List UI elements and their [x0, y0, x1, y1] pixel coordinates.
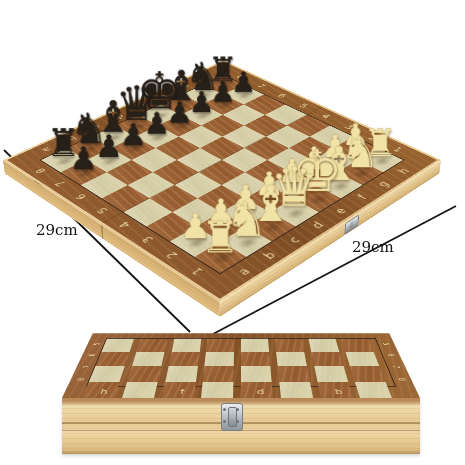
folded-box-squares	[87, 339, 395, 386]
folded-file-label-e: e	[201, 386, 241, 398]
pawn-glyph: ♟	[69, 143, 97, 175]
folded-square-g6	[132, 352, 165, 366]
folded-square-b6	[311, 352, 343, 366]
folded-box-top: hgfedcba 5678 5678	[62, 333, 420, 398]
folded-square-c7	[277, 366, 309, 382]
folded-square-e5	[206, 339, 234, 352]
folded-file-label-b: b	[318, 386, 360, 398]
folded-square-d7	[241, 366, 272, 382]
folded-file-label-g: g	[122, 386, 164, 398]
folded-file-label-d: d	[241, 386, 281, 398]
folded-box-file-labels: hgfedcba	[82, 386, 400, 398]
folded-square-c6	[276, 352, 307, 366]
folded-square-g7	[127, 366, 161, 382]
folded-square-d6	[241, 352, 270, 366]
folded-square-a7	[350, 366, 386, 382]
folded-rank-label-right-5: 5	[373, 340, 398, 347]
folded-rank-label-right-8: 8	[387, 375, 416, 384]
folded-square-b5	[308, 339, 339, 352]
folded-square-f7	[165, 366, 198, 382]
folded-file-label-a: a	[356, 386, 400, 398]
folded-square-c5	[275, 339, 304, 352]
folded-square-a6	[346, 352, 380, 366]
folded-square-e6	[205, 352, 235, 366]
latch-icon	[221, 403, 243, 431]
folded-rank-label-right-6: 6	[377, 351, 403, 358]
folded-square-e7	[203, 366, 234, 382]
folded-file-label-h: h	[82, 386, 126, 398]
folded-square-a5	[342, 339, 374, 352]
folded-square-f6	[168, 352, 199, 366]
dimension-label-left: 29cm	[36, 221, 78, 239]
folded-square-b7	[314, 366, 348, 382]
folded-file-label-c: c	[279, 386, 320, 398]
folded-square-g5	[136, 339, 167, 352]
folded-rank-label-right-7: 7	[382, 363, 409, 371]
dimension-label-right: 29cm	[352, 238, 394, 256]
folded-box-front	[62, 398, 420, 454]
folded-file-label-f: f	[162, 386, 203, 398]
rook-glyph: ♜	[201, 216, 240, 260]
folded-square-f5	[171, 339, 201, 352]
folded-rank-label-left-5: 5	[84, 340, 109, 347]
folded-rank-label-left-7: 7	[73, 363, 100, 371]
folded-rank-label-left-8: 8	[66, 375, 95, 384]
folded-square-d5	[241, 339, 269, 352]
open-board-scene: abcdefgh abcdefgh 87654321 87654321 ♜♞♝♛…	[0, 0, 465, 345]
folded-box: hgfedcba 5678 5678	[0, 345, 465, 465]
folded-rank-label-left-6: 6	[78, 351, 104, 358]
